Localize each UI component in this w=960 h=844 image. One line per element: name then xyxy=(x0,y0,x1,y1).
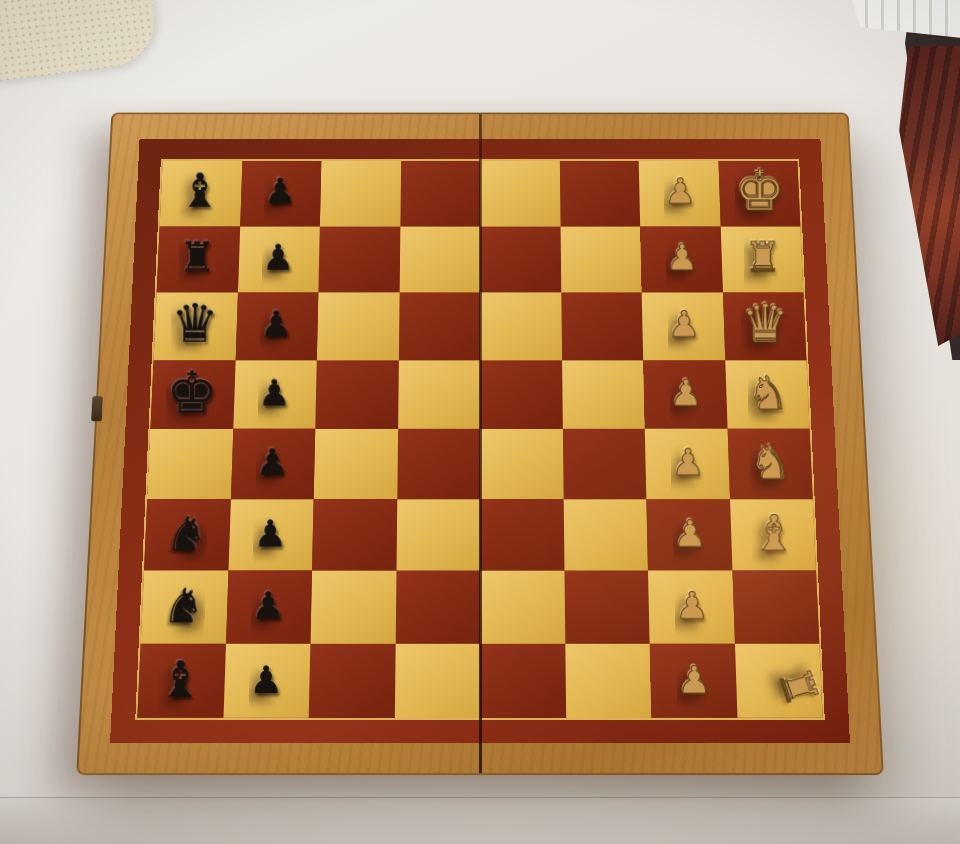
white-bishop: ♝ xyxy=(752,509,796,558)
square-r5c2: ♟ xyxy=(230,429,315,499)
square-r4c5 xyxy=(480,360,562,429)
black-rook: ♜ xyxy=(179,237,216,278)
square-r4c8: ♞ xyxy=(725,360,810,429)
square-r6c1: ♞ xyxy=(144,499,230,571)
black-pawn: ♟ xyxy=(249,661,283,699)
black-pawn: ♟ xyxy=(264,174,296,209)
chess-board: ♝♟♟♚♜♟♟♜♛♟♟♛♚♟♟♞♟♟♞♞♟♟♝♞♟♟♝♟♟♜ xyxy=(76,113,884,775)
square-r1c8: ♚ xyxy=(718,161,800,226)
square-r3c4 xyxy=(398,292,480,360)
square-r7c4 xyxy=(395,570,480,643)
square-r2c6 xyxy=(560,226,642,292)
black-bishop: ♝ xyxy=(179,168,221,215)
square-r7c5 xyxy=(480,570,565,643)
square-r3c6 xyxy=(561,292,643,360)
white-knight: ♞ xyxy=(747,370,789,416)
black-pawn: ♟ xyxy=(254,515,288,552)
white-pawn: ♟ xyxy=(673,515,707,552)
photo-scene: ♝♟♟♚♜♟♟♜♛♟♟♛♚♟♟♞♟♟♞♞♟♟♝♞♟♟♝♟♟♜ xyxy=(0,0,960,844)
square-r1c4 xyxy=(400,161,480,226)
black-pawn: ♟ xyxy=(251,587,285,625)
square-r7c2: ♟ xyxy=(226,570,312,643)
square-r8c3 xyxy=(309,643,396,717)
square-r1c6 xyxy=(559,161,640,226)
white-pawn: ♟ xyxy=(675,587,709,625)
square-r6c2: ♟ xyxy=(228,499,314,571)
white-queen: ♛ xyxy=(741,297,789,350)
square-r8c8: ♜ xyxy=(734,643,822,717)
square-r5c8: ♞ xyxy=(727,429,813,499)
square-r8c4 xyxy=(394,643,480,717)
square-r1c3 xyxy=(320,161,401,226)
square-r6c7: ♟ xyxy=(646,499,732,571)
square-r3c8: ♛ xyxy=(723,292,807,360)
square-r3c7: ♟ xyxy=(642,292,725,360)
black-pawn: ♟ xyxy=(256,444,289,481)
white-rook: ♜ xyxy=(744,237,781,278)
rug xyxy=(882,46,960,346)
square-r2c1: ♜ xyxy=(157,226,240,292)
black-pawn: ♟ xyxy=(262,240,294,276)
black-pawn: ♟ xyxy=(260,306,293,342)
square-r2c4 xyxy=(399,226,480,292)
square-r6c3 xyxy=(312,499,397,571)
square-r5c6 xyxy=(562,429,646,499)
black-knight: ♞ xyxy=(162,582,205,630)
square-r5c7: ♟ xyxy=(645,429,730,499)
square-r3c2: ♟ xyxy=(235,292,318,360)
square-r1c1: ♝ xyxy=(160,161,242,226)
square-r2c3 xyxy=(318,226,400,292)
square-r6c4 xyxy=(396,499,480,571)
square-r1c5 xyxy=(480,161,560,226)
white-pawn: ♟ xyxy=(664,174,696,209)
placemat xyxy=(0,0,160,84)
square-r5c1 xyxy=(147,429,233,499)
white-king: ♚ xyxy=(735,163,786,219)
square-r2c8: ♜ xyxy=(720,226,803,292)
square-r3c1: ♛ xyxy=(154,292,238,360)
square-r7c7: ♟ xyxy=(648,570,734,643)
white-pawn: ♟ xyxy=(671,444,704,481)
square-r1c2: ♟ xyxy=(240,161,322,226)
square-r5c4 xyxy=(397,429,480,499)
table-front-edge xyxy=(0,797,960,844)
square-r5c5 xyxy=(480,429,563,499)
black-king: ♚ xyxy=(166,363,218,421)
black-bishop: ♝ xyxy=(158,655,203,705)
square-r6c6 xyxy=(563,499,648,571)
square-r4c2: ♟ xyxy=(233,360,317,429)
square-r7c6 xyxy=(564,570,650,643)
square-r2c5 xyxy=(480,226,561,292)
square-r7c8 xyxy=(732,570,819,643)
square-r8c1: ♝ xyxy=(137,643,225,717)
black-knight: ♞ xyxy=(165,510,207,557)
board-clasp xyxy=(91,396,103,421)
square-r4c3 xyxy=(315,360,398,429)
square-r2c7: ♟ xyxy=(640,226,722,292)
black-pawn: ♟ xyxy=(258,375,291,411)
square-r8c6 xyxy=(565,643,652,717)
white-pawn: ♟ xyxy=(667,306,700,342)
square-r4c4 xyxy=(398,360,480,429)
white-pawn: ♟ xyxy=(666,240,698,276)
square-r3c5 xyxy=(480,292,562,360)
square-r7c3 xyxy=(310,570,396,643)
square-r4c6 xyxy=(562,360,645,429)
square-r7c1: ♞ xyxy=(141,570,228,643)
white-pawn: ♟ xyxy=(677,661,711,699)
square-r6c8: ♝ xyxy=(730,499,816,571)
square-r8c2: ♟ xyxy=(223,643,310,717)
white-pawn: ♟ xyxy=(669,375,702,411)
square-r8c7: ♟ xyxy=(650,643,737,717)
square-r1c7: ♟ xyxy=(639,161,721,226)
square-r5c3 xyxy=(314,429,398,499)
fold-seam xyxy=(479,114,482,773)
black-queen: ♛ xyxy=(171,297,219,350)
white-rook-fallen: ♜ xyxy=(771,662,825,711)
square-r6c5 xyxy=(480,499,564,571)
white-knight: ♞ xyxy=(750,439,792,486)
square-r2c2: ♟ xyxy=(237,226,319,292)
square-r4c7: ♟ xyxy=(643,360,727,429)
square-r4c1: ♚ xyxy=(150,360,235,429)
square-r3c3 xyxy=(317,292,399,360)
square-r8c5 xyxy=(480,643,566,717)
